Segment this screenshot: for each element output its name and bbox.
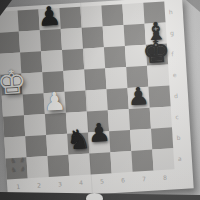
rank-label: 4 xyxy=(79,180,83,186)
rank-label: 8 xyxy=(163,175,167,181)
square[interactable] xyxy=(3,115,25,137)
square[interactable] xyxy=(65,91,87,113)
black-king[interactable]: ♚ xyxy=(141,36,171,69)
file-label: g xyxy=(170,30,174,36)
logo-knight-icon: ♞ xyxy=(18,165,28,175)
square[interactable] xyxy=(89,152,111,174)
square[interactable] xyxy=(24,114,46,136)
square[interactable] xyxy=(0,11,19,33)
square[interactable] xyxy=(46,134,68,156)
file-label: b xyxy=(176,135,180,141)
square[interactable] xyxy=(130,129,152,151)
rank-label: 1 xyxy=(16,184,20,190)
square[interactable] xyxy=(59,7,81,29)
square[interactable] xyxy=(108,109,130,131)
square[interactable] xyxy=(83,47,105,69)
square[interactable] xyxy=(40,29,62,51)
black-knight[interactable]: ♞ xyxy=(66,125,92,153)
square[interactable] xyxy=(26,156,48,178)
file-label: a xyxy=(178,156,182,162)
square[interactable] xyxy=(19,30,41,52)
square[interactable] xyxy=(41,50,63,72)
white-king[interactable]: ♚ xyxy=(0,65,28,100)
square[interactable] xyxy=(63,70,85,92)
file-label: e xyxy=(173,72,177,78)
square[interactable] xyxy=(4,136,26,158)
square[interactable] xyxy=(150,106,172,128)
board-maker-logo: ♞♞♞♞ xyxy=(8,156,27,175)
square[interactable] xyxy=(104,46,126,68)
square[interactable] xyxy=(80,5,102,27)
square[interactable] xyxy=(0,32,20,54)
square[interactable] xyxy=(122,3,144,25)
square[interactable] xyxy=(84,68,106,90)
chessboard-photo: ♟♝♚♟♟♞♚♟ ♞♞♞♞ 12345678hgfedcba xyxy=(0,0,200,200)
white-pawn[interactable]: ♟ xyxy=(43,88,67,114)
chess-board: ♟♝♚♟♟♞♚♟ ♞♞♞♞ 12345678hgfedcba xyxy=(0,0,194,199)
square[interactable] xyxy=(131,150,153,172)
rank-label: 2 xyxy=(37,182,41,188)
square[interactable] xyxy=(148,85,170,107)
black-pawn[interactable]: ♟ xyxy=(37,3,62,30)
rank-label: 7 xyxy=(142,176,146,182)
square[interactable] xyxy=(109,130,131,152)
square[interactable] xyxy=(103,25,125,47)
square[interactable] xyxy=(47,155,69,177)
file-label: f xyxy=(171,51,173,57)
file-label: c xyxy=(175,114,179,120)
black-pawn[interactable]: ♟ xyxy=(127,84,150,109)
file-label: d xyxy=(174,93,178,99)
square[interactable] xyxy=(152,148,174,170)
square[interactable] xyxy=(61,28,83,50)
square[interactable] xyxy=(105,67,127,89)
square[interactable] xyxy=(101,4,123,26)
square[interactable] xyxy=(62,49,84,71)
square[interactable] xyxy=(106,88,128,110)
square[interactable] xyxy=(151,127,173,149)
background-shadow-corner xyxy=(186,0,200,12)
square[interactable] xyxy=(82,26,104,48)
square[interactable] xyxy=(86,89,108,111)
rank-label: 6 xyxy=(121,177,125,183)
square[interactable] xyxy=(110,151,132,173)
piece-base-at-table-edge xyxy=(86,193,103,200)
rank-label: 5 xyxy=(100,179,104,185)
square[interactable] xyxy=(68,153,90,175)
square[interactable] xyxy=(25,135,47,157)
file-label: h xyxy=(169,9,173,15)
rank-label: 3 xyxy=(58,181,62,187)
board-grid: ♟♝♚♟♟♞♚♟ xyxy=(0,2,174,180)
square[interactable] xyxy=(18,9,40,31)
